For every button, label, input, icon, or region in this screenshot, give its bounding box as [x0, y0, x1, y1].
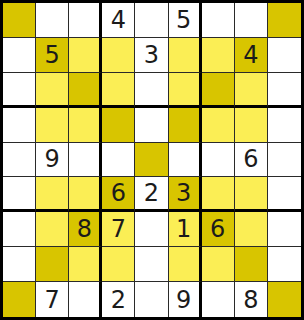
- cell-r4c1[interactable]: [3, 108, 36, 143]
- cell-r1c6[interactable]: 5: [169, 3, 202, 38]
- cell-r3c8[interactable]: [235, 73, 268, 108]
- cell-r9c4[interactable]: 2: [102, 282, 135, 317]
- cell-r8c5[interactable]: [135, 247, 168, 282]
- cell-r6c4[interactable]: 6: [102, 177, 135, 212]
- cell-r6c5[interactable]: 2: [135, 177, 168, 212]
- cell-r1c7[interactable]: [202, 3, 235, 38]
- given-digit: 2: [111, 288, 126, 312]
- cell-r5c2[interactable]: 9: [36, 143, 69, 178]
- cell-r8c1[interactable]: [3, 247, 36, 282]
- given-digit: 9: [176, 288, 191, 312]
- given-digit: 6: [210, 217, 225, 241]
- cell-r2c6[interactable]: [169, 38, 202, 73]
- given-digit: 5: [45, 43, 60, 67]
- given-digit: 9: [45, 147, 60, 171]
- sudoku-board: 455349662387167298: [0, 0, 304, 320]
- cell-r2c5[interactable]: 3: [135, 38, 168, 73]
- cell-r1c9[interactable]: [268, 3, 301, 38]
- cell-r5c9[interactable]: [268, 143, 301, 178]
- cell-r7c2[interactable]: [36, 212, 69, 247]
- given-digit: 4: [243, 43, 258, 67]
- cell-r5c4[interactable]: [102, 143, 135, 178]
- given-digit: 8: [243, 288, 258, 312]
- cell-r8c7[interactable]: [202, 247, 235, 282]
- cell-r5c3[interactable]: [69, 143, 102, 178]
- cell-r1c2[interactable]: [36, 3, 69, 38]
- cell-r7c9[interactable]: [268, 212, 301, 247]
- cell-r1c5[interactable]: [135, 3, 168, 38]
- cell-r1c1[interactable]: [3, 3, 36, 38]
- cell-r1c3[interactable]: [69, 3, 102, 38]
- cell-r6c6[interactable]: 3: [169, 177, 202, 212]
- cell-r9c3[interactable]: [69, 282, 102, 317]
- cell-r4c6[interactable]: [169, 108, 202, 143]
- cell-r9c9[interactable]: [268, 282, 301, 317]
- cell-r7c8[interactable]: [235, 212, 268, 247]
- cell-r2c8[interactable]: 4: [235, 38, 268, 73]
- cell-r6c9[interactable]: [268, 177, 301, 212]
- cell-r2c4[interactable]: [102, 38, 135, 73]
- cell-r4c5[interactable]: [135, 108, 168, 143]
- cell-r6c7[interactable]: [202, 177, 235, 212]
- cell-r9c1[interactable]: [3, 282, 36, 317]
- cell-r4c4[interactable]: [102, 108, 135, 143]
- given-digit: 2: [144, 181, 159, 205]
- cell-r1c8[interactable]: [235, 3, 268, 38]
- cell-r2c2[interactable]: 5: [36, 38, 69, 73]
- cell-r3c9[interactable]: [268, 73, 301, 108]
- cell-r3c4[interactable]: [102, 73, 135, 108]
- given-digit: 6: [111, 181, 126, 205]
- given-digit: 7: [111, 217, 126, 241]
- cell-r7c5[interactable]: [135, 212, 168, 247]
- cell-r7c7[interactable]: 6: [202, 212, 235, 247]
- cell-r3c3[interactable]: [69, 73, 102, 108]
- cell-r5c6[interactable]: [169, 143, 202, 178]
- cell-r8c8[interactable]: [235, 247, 268, 282]
- cell-r2c3[interactable]: [69, 38, 102, 73]
- given-digit: 5: [176, 8, 191, 32]
- cell-r5c7[interactable]: [202, 143, 235, 178]
- cell-r7c6[interactable]: 1: [169, 212, 202, 247]
- cell-r8c4[interactable]: [102, 247, 135, 282]
- cell-r4c7[interactable]: [202, 108, 235, 143]
- cell-r9c2[interactable]: 7: [36, 282, 69, 317]
- cell-r8c6[interactable]: [169, 247, 202, 282]
- given-digit: 8: [77, 217, 92, 241]
- cell-r7c1[interactable]: [3, 212, 36, 247]
- cell-r9c8[interactable]: 8: [235, 282, 268, 317]
- cell-r9c5[interactable]: [135, 282, 168, 317]
- cell-r3c1[interactable]: [3, 73, 36, 108]
- cell-r3c2[interactable]: [36, 73, 69, 108]
- given-digit: 6: [243, 147, 258, 171]
- cell-r9c7[interactable]: [202, 282, 235, 317]
- cell-r6c8[interactable]: [235, 177, 268, 212]
- cell-r8c9[interactable]: [268, 247, 301, 282]
- given-digit: 1: [176, 217, 191, 241]
- cell-r2c1[interactable]: [3, 38, 36, 73]
- cell-r4c3[interactable]: [69, 108, 102, 143]
- cell-r3c6[interactable]: [169, 73, 202, 108]
- cell-r8c2[interactable]: [36, 247, 69, 282]
- given-digit: 3: [144, 43, 159, 67]
- given-digit: 3: [176, 181, 191, 205]
- cell-r3c7[interactable]: [202, 73, 235, 108]
- cell-r2c9[interactable]: [268, 38, 301, 73]
- cell-r1c4[interactable]: 4: [102, 3, 135, 38]
- cell-r4c2[interactable]: [36, 108, 69, 143]
- cell-r2c7[interactable]: [202, 38, 235, 73]
- given-digit: 7: [45, 288, 60, 312]
- cell-r5c8[interactable]: 6: [235, 143, 268, 178]
- cell-r4c9[interactable]: [268, 108, 301, 143]
- cell-r7c4[interactable]: 7: [102, 212, 135, 247]
- cell-r4c8[interactable]: [235, 108, 268, 143]
- cell-r5c5[interactable]: [135, 143, 168, 178]
- given-digit: 4: [111, 8, 126, 32]
- cell-r6c3[interactable]: [69, 177, 102, 212]
- cell-r7c3[interactable]: 8: [69, 212, 102, 247]
- cell-r8c3[interactable]: [69, 247, 102, 282]
- cell-r3c5[interactable]: [135, 73, 168, 108]
- cell-r5c1[interactable]: [3, 143, 36, 178]
- cell-r9c6[interactable]: 9: [169, 282, 202, 317]
- cell-r6c1[interactable]: [3, 177, 36, 212]
- cell-r6c2[interactable]: [36, 177, 69, 212]
